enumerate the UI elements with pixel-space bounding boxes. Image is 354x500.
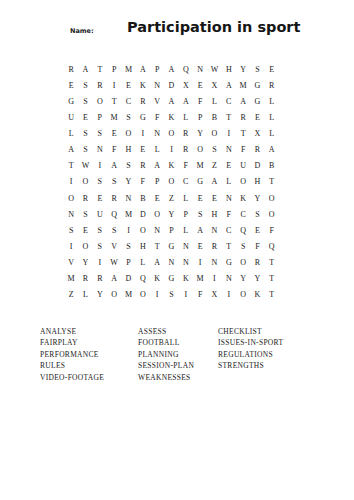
grid-cell: D <box>136 206 150 222</box>
grid-cell: A <box>136 61 150 77</box>
word-list-column-2: ASSESSFOOTBALLPLANNINGSESSION-PLANWEAKNE… <box>138 326 194 383</box>
grid-cell: Y <box>93 287 107 303</box>
grid-cell: T <box>64 158 78 174</box>
grid-cell: E <box>78 109 92 125</box>
grid-cell: G <box>222 255 236 271</box>
word-list-item: FAIRPLAY <box>40 337 104 348</box>
grid-cell: R <box>136 93 150 109</box>
grid-cell: R <box>107 190 121 206</box>
grid-cell: F <box>107 142 121 158</box>
grid-cell: B <box>136 190 150 206</box>
grid-cell: R <box>265 77 279 93</box>
grid-cell: N <box>207 255 221 271</box>
grid-cell: Y <box>193 126 207 142</box>
grid-cell: L <box>265 93 279 109</box>
grid-cell: L <box>179 222 193 238</box>
grid-cell: K <box>236 190 250 206</box>
grid-cell: Z <box>164 190 178 206</box>
grid-cell: S <box>93 174 107 190</box>
grid-cell: N <box>150 77 164 93</box>
word-list-item: ANALYSE <box>40 326 104 337</box>
grid-cell: T <box>93 61 107 77</box>
grid-cell: Y <box>250 271 264 287</box>
grid-cell: W <box>78 158 92 174</box>
grid-cell: E <box>250 109 264 125</box>
grid-cell: Y <box>78 255 92 271</box>
grid-cell: W <box>107 255 121 271</box>
grid-cell: H <box>121 142 135 158</box>
grid-cell: K <box>250 287 264 303</box>
grid-cell: A <box>107 158 121 174</box>
grid-cell: H <box>222 61 236 77</box>
grid-cell: S <box>78 206 92 222</box>
word-list-column-3: CHECKLISTISSUES-IN-SPORTREGULATIONSSTREN… <box>218 326 283 372</box>
grid-cell: P <box>179 206 193 222</box>
grid-cell: I <box>222 287 236 303</box>
grid-cell: G <box>164 271 178 287</box>
grid-cell: A <box>64 142 78 158</box>
word-list-item: RULES <box>40 360 104 371</box>
grid-cell: A <box>236 93 250 109</box>
grid-cell: O <box>78 238 92 254</box>
grid-cell: O <box>236 287 250 303</box>
grid-cell: S <box>164 287 178 303</box>
grid-cell: O <box>136 222 150 238</box>
grid-cell: L <box>78 287 92 303</box>
grid-cell: N <box>150 222 164 238</box>
grid-cell: S <box>121 158 135 174</box>
grid-cell: O <box>150 206 164 222</box>
grid-cell: S <box>107 174 121 190</box>
grid-cell: T <box>265 255 279 271</box>
grid-cell: O <box>164 174 178 190</box>
grid-cell: X <box>207 287 221 303</box>
grid-cell: T <box>150 238 164 254</box>
grid-cell: M <box>107 109 121 125</box>
grid-cell: F <box>236 142 250 158</box>
grid-cell: R <box>78 190 92 206</box>
grid-cell: S <box>78 93 92 109</box>
grid-cell: M <box>193 271 207 287</box>
grid-cell: O <box>107 287 121 303</box>
grid-cell: N <box>64 206 78 222</box>
grid-cell: P <box>121 255 135 271</box>
grid-cell: L <box>136 255 150 271</box>
grid-cell: Y <box>121 174 135 190</box>
grid-cell: S <box>78 126 92 142</box>
grid-cell: K <box>150 271 164 287</box>
grid-cell: A <box>107 271 121 287</box>
grid-cell: X <box>207 77 221 93</box>
grid-cell: L <box>265 109 279 125</box>
grid-cell: E <box>250 222 264 238</box>
grid-cell: D <box>121 271 135 287</box>
grid-cell: G <box>250 93 264 109</box>
grid-cell: E <box>193 190 207 206</box>
grid-cell: C <box>222 222 236 238</box>
grid-cell: M <box>121 61 135 77</box>
grid-cell: N <box>222 271 236 287</box>
grid-cell: I <box>207 271 221 287</box>
grid-cell: K <box>179 271 193 287</box>
grid-cell: P <box>150 61 164 77</box>
word-list-item: PERFORMANCE <box>40 349 104 360</box>
grid-cell: M <box>121 206 135 222</box>
grid-cell: S <box>93 222 107 238</box>
grid-cell: O <box>265 190 279 206</box>
grid-cell: X <box>250 126 264 142</box>
grid-cell: N <box>193 61 207 77</box>
grid-cell: Q <box>265 238 279 254</box>
word-list-column-1: ANALYSEFAIRPLAYPERFORMANCERULESVIDEO-FOO… <box>40 326 104 383</box>
grid-cell: Q <box>136 271 150 287</box>
grid-cell: I <box>136 126 150 142</box>
grid-cell: R <box>93 77 107 93</box>
grid-cell: Z <box>64 287 78 303</box>
grid-cell: S <box>193 206 207 222</box>
grid-cell: C <box>222 93 236 109</box>
grid-cell: R <box>207 238 221 254</box>
grid-cell: E <box>136 142 150 158</box>
grid-cell: N <box>93 142 107 158</box>
grid-cell: T <box>222 238 236 254</box>
grid-cell: G <box>64 93 78 109</box>
grid-cell: H <box>250 174 264 190</box>
grid-cell: D <box>164 77 178 93</box>
grid-cell: R <box>179 126 193 142</box>
grid-cell: S <box>78 142 92 158</box>
grid-cell: P <box>193 109 207 125</box>
grid-cell: E <box>150 190 164 206</box>
grid-cell: K <box>136 77 150 93</box>
grid-cell: A <box>179 93 193 109</box>
grid-cell: F <box>250 238 264 254</box>
grid-cell: E <box>222 158 236 174</box>
grid-cell: C <box>236 206 250 222</box>
grid-cell: O <box>207 126 221 142</box>
word-list-item: SESSION-PLAN <box>138 360 194 371</box>
grid-cell: R <box>250 255 264 271</box>
grid-cell: A <box>207 174 221 190</box>
grid-cell: E <box>93 190 107 206</box>
word-list-item: ISSUES-IN-SPORT <box>218 337 283 348</box>
grid-cell: I <box>150 287 164 303</box>
grid-cell: K <box>164 109 178 125</box>
grid-cell: F <box>193 287 207 303</box>
grid-cell: A <box>265 142 279 158</box>
word-list-item: PLANNING <box>138 349 194 360</box>
grid-cell: U <box>236 158 250 174</box>
grid-cell: S <box>236 238 250 254</box>
grid-cell: E <box>78 222 92 238</box>
grid-cell: R <box>64 61 78 77</box>
grid-cell: V <box>64 255 78 271</box>
grid-cell: O <box>193 142 207 158</box>
grid-cell: I <box>179 287 193 303</box>
grid-cell: A <box>150 255 164 271</box>
grid-cell: B <box>207 109 221 125</box>
grid-cell: L <box>150 142 164 158</box>
word-list-item: CHECKLIST <box>218 326 283 337</box>
grid-cell: R <box>250 142 264 158</box>
grid-cell: S <box>107 222 121 238</box>
grid-cell: N <box>150 126 164 142</box>
grid-cell: V <box>150 93 164 109</box>
grid-cell: L <box>64 126 78 142</box>
grid-cell: N <box>179 238 193 254</box>
grid-cell: Q <box>179 61 193 77</box>
grid-cell: S <box>121 109 135 125</box>
grid-cell: Q <box>236 222 250 238</box>
grid-cell: E <box>64 77 78 93</box>
grid-cell: I <box>93 255 107 271</box>
grid-cell: Y <box>236 61 250 77</box>
grid-cell: D <box>250 158 264 174</box>
grid-cell: R <box>93 271 107 287</box>
grid-cell: U <box>64 109 78 125</box>
grid-cell: O <box>236 174 250 190</box>
grid-cell: P <box>93 109 107 125</box>
grid-cell: I <box>121 222 135 238</box>
grid-cell: P <box>107 61 121 77</box>
grid-cell: S <box>207 142 221 158</box>
grid-cell: T <box>236 126 250 142</box>
grid-cell: I <box>222 126 236 142</box>
grid-cell: K <box>164 158 178 174</box>
grid-cell: Y <box>236 271 250 287</box>
grid-cell: E <box>207 190 221 206</box>
grid-cell: I <box>107 77 121 93</box>
grid-cell: N <box>164 255 178 271</box>
grid-cell: E <box>121 77 135 93</box>
grid-cell: M <box>193 158 207 174</box>
grid-cell: R <box>236 109 250 125</box>
grid-cell: T <box>265 271 279 287</box>
grid-cell: S <box>121 238 135 254</box>
grid-cell: O <box>136 287 150 303</box>
grid-cell: S <box>64 222 78 238</box>
word-list-item: ASSESS <box>138 326 194 337</box>
grid-cell: O <box>236 255 250 271</box>
word-search-grid: RATPMAPAQNWHYSEESRIEKNDXEXAMGRGSOTCRVAAF… <box>64 61 279 303</box>
word-list-item: VIDEO-FOOTAGE <box>40 372 104 383</box>
grid-cell: O <box>121 126 135 142</box>
word-list-item: REGULATIONS <box>218 349 283 360</box>
grid-cell: A <box>78 61 92 77</box>
grid-cell: S <box>250 206 264 222</box>
grid-cell: T <box>107 93 121 109</box>
word-list-item: FOOTBALL <box>138 337 194 348</box>
grid-cell: T <box>265 287 279 303</box>
grid-cell: G <box>136 109 150 125</box>
grid-cell: L <box>207 93 221 109</box>
grid-cell: W <box>207 61 221 77</box>
grid-cell: F <box>193 93 207 109</box>
grid-cell: O <box>93 93 107 109</box>
grid-cell: L <box>179 109 193 125</box>
grid-cell: O <box>164 126 178 142</box>
grid-cell: P <box>164 222 178 238</box>
grid-cell: I <box>93 158 107 174</box>
grid-cell: Y <box>164 206 178 222</box>
grid-cell: Q <box>107 206 121 222</box>
grid-cell: A <box>150 158 164 174</box>
grid-cell: I <box>64 174 78 190</box>
grid-cell: E <box>265 61 279 77</box>
grid-cell: A <box>193 222 207 238</box>
grid-cell: S <box>78 77 92 93</box>
grid-cell: E <box>107 126 121 142</box>
grid-cell: A <box>222 77 236 93</box>
grid-cell: R <box>136 158 150 174</box>
worksheet-page: Name: Participation in sport RATPMAPAQNW… <box>0 0 354 500</box>
grid-cell: M <box>236 77 250 93</box>
grid-cell: E <box>193 238 207 254</box>
grid-cell: F <box>150 109 164 125</box>
word-list-item: STRENGTHS <box>218 360 283 371</box>
grid-cell: Y <box>250 190 264 206</box>
grid-cell: C <box>121 93 135 109</box>
word-list-item: WEAKNESSES <box>138 372 194 383</box>
grid-cell: X <box>179 77 193 93</box>
grid-cell: Z <box>207 158 221 174</box>
grid-cell: U <box>93 206 107 222</box>
grid-cell: O <box>78 174 92 190</box>
grid-cell: T <box>222 109 236 125</box>
grid-cell: L <box>222 174 236 190</box>
grid-cell: N <box>222 142 236 158</box>
grid-cell: C <box>179 174 193 190</box>
grid-cell: R <box>179 142 193 158</box>
grid-cell: I <box>193 255 207 271</box>
grid-cell: A <box>164 61 178 77</box>
grid-cell: N <box>121 190 135 206</box>
grid-cell: B <box>265 158 279 174</box>
grid-cell: S <box>93 126 107 142</box>
grid-cell: P <box>150 174 164 190</box>
grid-cell: H <box>136 238 150 254</box>
grid-cell: L <box>179 190 193 206</box>
page-title: Participation in sport <box>127 19 300 35</box>
grid-cell: S <box>250 61 264 77</box>
grid-cell: F <box>136 174 150 190</box>
grid-cell: G <box>250 77 264 93</box>
name-label: Name: <box>70 27 94 35</box>
grid-cell: F <box>265 222 279 238</box>
grid-cell: N <box>179 255 193 271</box>
grid-cell: I <box>64 238 78 254</box>
grid-cell: M <box>121 287 135 303</box>
grid-cell: O <box>64 190 78 206</box>
grid-cell: V <box>107 238 121 254</box>
grid-cell: O <box>265 206 279 222</box>
grid-cell: N <box>222 190 236 206</box>
grid-cell: E <box>193 77 207 93</box>
grid-cell: S <box>93 238 107 254</box>
grid-cell: R <box>78 271 92 287</box>
grid-cell: A <box>164 93 178 109</box>
grid-cell: N <box>207 222 221 238</box>
grid-cell: T <box>265 174 279 190</box>
grid-cell: H <box>207 206 221 222</box>
grid-cell: I <box>164 142 178 158</box>
grid-cell: M <box>64 271 78 287</box>
grid-cell: G <box>193 174 207 190</box>
grid-cell: L <box>265 126 279 142</box>
grid-cell: F <box>222 206 236 222</box>
grid-cell: G <box>164 238 178 254</box>
grid-cell: F <box>179 158 193 174</box>
